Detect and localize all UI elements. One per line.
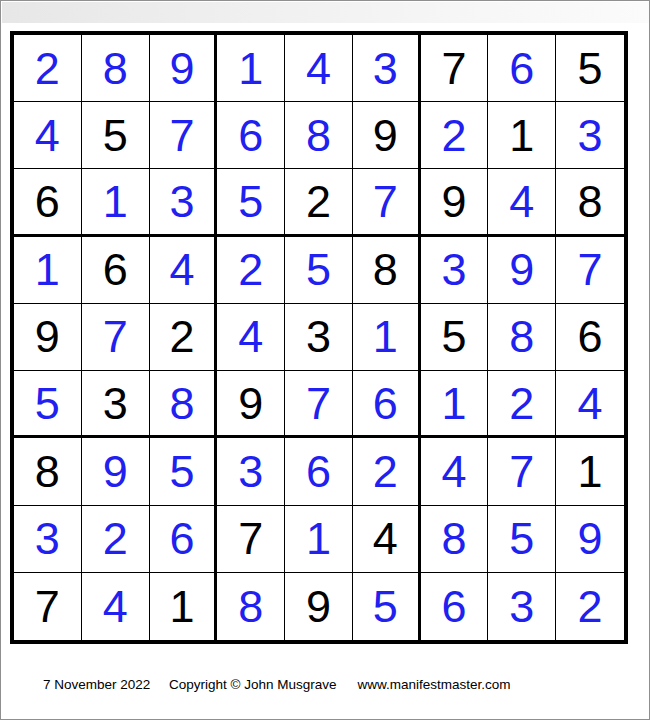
cell-r4c8: 9	[488, 237, 556, 304]
cell-r7c7: 4	[421, 438, 489, 505]
cell-r3c7: 9	[421, 169, 489, 236]
cell-r7c4: 3	[217, 438, 285, 505]
cell-r6c8: 2	[488, 371, 556, 438]
cell-r1c6: 3	[353, 35, 421, 102]
cell-r5c8: 8	[488, 304, 556, 371]
cell-r8c8: 5	[488, 506, 556, 573]
cell-r1c9: 5	[556, 35, 624, 102]
cell-r4c6: 8	[353, 237, 421, 304]
cell-r7c6: 2	[353, 438, 421, 505]
cell-r8c6: 4	[353, 506, 421, 573]
cell-r4c5: 5	[285, 237, 353, 304]
cell-r1c2: 8	[82, 35, 150, 102]
cell-r1c3: 9	[150, 35, 218, 102]
cell-r2c2: 5	[82, 102, 150, 169]
cell-r2c6: 9	[353, 102, 421, 169]
cell-r7c3: 5	[150, 438, 218, 505]
cell-r9c4: 8	[217, 573, 285, 640]
cell-r9c8: 3	[488, 573, 556, 640]
cell-r8c2: 2	[82, 506, 150, 573]
footer-date: 7 November 2022	[43, 677, 150, 692]
cell-r5c2: 7	[82, 304, 150, 371]
cell-r8c7: 8	[421, 506, 489, 573]
cell-r8c3: 6	[150, 506, 218, 573]
cell-r8c5: 1	[285, 506, 353, 573]
cell-r3c8: 4	[488, 169, 556, 236]
cell-r3c1: 6	[14, 169, 82, 236]
cell-r1c4: 1	[217, 35, 285, 102]
cell-r8c9: 9	[556, 506, 624, 573]
cell-r7c8: 7	[488, 438, 556, 505]
footer-website: www.manifestmaster.com	[357, 677, 510, 692]
cell-r5c6: 1	[353, 304, 421, 371]
sudoku-board: 2891437654576892136135279481642583979724…	[10, 31, 628, 644]
cell-r6c1: 5	[14, 371, 82, 438]
cell-r1c1: 2	[14, 35, 82, 102]
cell-r5c3: 2	[150, 304, 218, 371]
cell-r6c2: 3	[82, 371, 150, 438]
page: 2891437654576892136135279481642583979724…	[0, 0, 650, 720]
cell-r4c7: 3	[421, 237, 489, 304]
cell-r2c3: 7	[150, 102, 218, 169]
cell-r3c6: 7	[353, 169, 421, 236]
cell-r5c1: 9	[14, 304, 82, 371]
cell-r5c7: 5	[421, 304, 489, 371]
cell-r6c5: 7	[285, 371, 353, 438]
footer-copyright: Copyright © John Musgrave	[169, 677, 337, 692]
cell-r5c4: 4	[217, 304, 285, 371]
cell-r5c5: 3	[285, 304, 353, 371]
cell-r2c4: 6	[217, 102, 285, 169]
cell-r8c1: 3	[14, 506, 82, 573]
cell-r9c3: 1	[150, 573, 218, 640]
cell-r8c4: 7	[217, 506, 285, 573]
cell-r7c9: 1	[556, 438, 624, 505]
cell-r6c3: 8	[150, 371, 218, 438]
cell-r6c4: 9	[217, 371, 285, 438]
cell-r5c9: 6	[556, 304, 624, 371]
cell-r9c6: 5	[353, 573, 421, 640]
cell-r2c7: 2	[421, 102, 489, 169]
cell-r9c5: 9	[285, 573, 353, 640]
cell-r7c1: 8	[14, 438, 82, 505]
cell-r2c1: 4	[14, 102, 82, 169]
cell-r1c7: 7	[421, 35, 489, 102]
cell-r3c3: 3	[150, 169, 218, 236]
cell-r7c2: 9	[82, 438, 150, 505]
cell-r9c1: 7	[14, 573, 82, 640]
cell-r9c7: 6	[421, 573, 489, 640]
cell-r6c7: 1	[421, 371, 489, 438]
cell-r4c1: 1	[14, 237, 82, 304]
top-gradient-bar	[2, 2, 649, 23]
cell-r7c5: 6	[285, 438, 353, 505]
cell-r4c9: 7	[556, 237, 624, 304]
cell-r2c5: 8	[285, 102, 353, 169]
cell-r4c3: 4	[150, 237, 218, 304]
cell-r4c4: 2	[217, 237, 285, 304]
cell-r9c9: 2	[556, 573, 624, 640]
cell-r6c6: 6	[353, 371, 421, 438]
cell-r3c4: 5	[217, 169, 285, 236]
cell-r3c2: 1	[82, 169, 150, 236]
cell-r9c2: 4	[82, 573, 150, 640]
cell-r1c5: 4	[285, 35, 353, 102]
cell-r1c8: 6	[488, 35, 556, 102]
cell-r2c8: 1	[488, 102, 556, 169]
cell-r2c9: 3	[556, 102, 624, 169]
cell-r4c2: 6	[82, 237, 150, 304]
cell-r6c9: 4	[556, 371, 624, 438]
cell-r3c5: 2	[285, 169, 353, 236]
footer: 7 November 2022 Copyright © John Musgrav…	[43, 677, 510, 692]
cell-r3c9: 8	[556, 169, 624, 236]
